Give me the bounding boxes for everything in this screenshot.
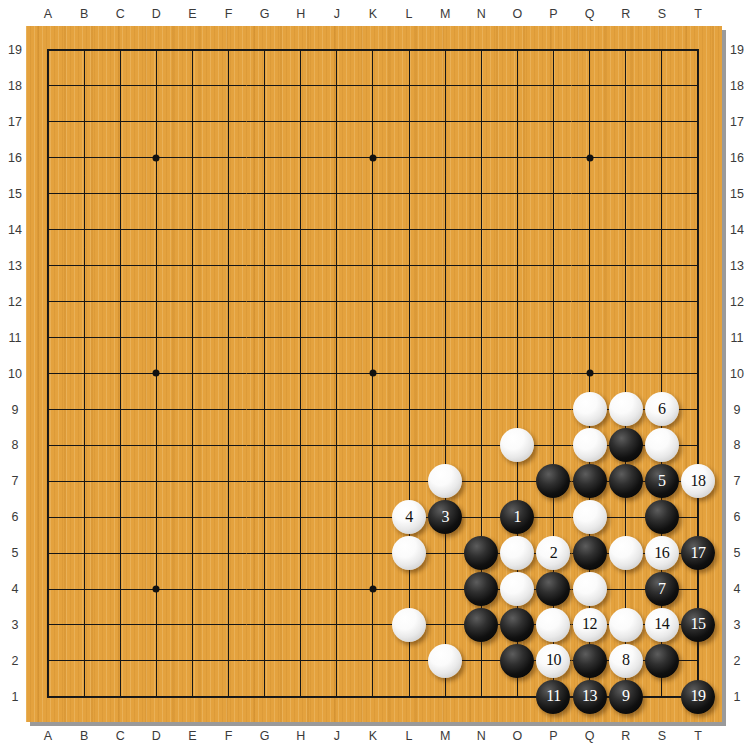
white-stone-S5[interactable]: 16 <box>645 536 679 570</box>
white-stone-T7[interactable]: 18 <box>681 464 715 498</box>
intersection-N12[interactable] <box>463 284 499 320</box>
intersection-H8[interactable] <box>283 427 319 463</box>
white-stone-P2[interactable]: 10 <box>536 644 570 678</box>
white-stone-O4[interactable] <box>500 572 534 606</box>
intersection-P15[interactable] <box>535 176 571 212</box>
intersection-Q1[interactable]: 13 <box>572 679 608 715</box>
intersection-H17[interactable] <box>283 104 319 140</box>
intersection-N10[interactable] <box>463 355 499 391</box>
intersection-M16[interactable] <box>427 140 463 176</box>
intersection-H12[interactable] <box>283 284 319 320</box>
intersection-P10[interactable] <box>535 355 571 391</box>
intersection-E14[interactable] <box>174 212 210 248</box>
intersection-H5[interactable] <box>283 535 319 571</box>
intersection-C6[interactable] <box>102 499 138 535</box>
intersection-F8[interactable] <box>210 427 246 463</box>
intersection-O3[interactable] <box>499 607 535 643</box>
intersection-R2[interactable]: 8 <box>608 643 644 679</box>
intersection-B15[interactable] <box>66 176 102 212</box>
intersection-M17[interactable] <box>427 104 463 140</box>
intersection-Q15[interactable] <box>572 176 608 212</box>
intersection-N6[interactable] <box>463 499 499 535</box>
intersection-K13[interactable] <box>355 248 391 284</box>
intersection-S12[interactable] <box>644 284 680 320</box>
intersection-J18[interactable] <box>319 68 355 104</box>
black-stone-Q7[interactable] <box>573 464 607 498</box>
intersection-E10[interactable] <box>174 355 210 391</box>
intersection-O6[interactable]: 1 <box>499 499 535 535</box>
intersection-R13[interactable] <box>608 248 644 284</box>
intersection-M19[interactable] <box>427 32 463 68</box>
intersection-O11[interactable] <box>499 320 535 356</box>
intersection-J19[interactable] <box>319 32 355 68</box>
intersection-D1[interactable] <box>138 679 174 715</box>
intersection-M7[interactable] <box>427 463 463 499</box>
intersection-C10[interactable] <box>102 355 138 391</box>
black-stone-T5[interactable]: 17 <box>681 536 715 570</box>
black-stone-S4[interactable]: 7 <box>645 572 679 606</box>
intersection-P9[interactable] <box>535 391 571 427</box>
intersection-C5[interactable] <box>102 535 138 571</box>
intersection-T6[interactable] <box>680 499 716 535</box>
intersection-C7[interactable] <box>102 463 138 499</box>
intersection-M9[interactable] <box>427 391 463 427</box>
intersection-N17[interactable] <box>463 104 499 140</box>
intersection-C9[interactable] <box>102 391 138 427</box>
intersection-D7[interactable] <box>138 463 174 499</box>
intersection-Q13[interactable] <box>572 248 608 284</box>
intersection-O9[interactable] <box>499 391 535 427</box>
intersection-D11[interactable] <box>138 320 174 356</box>
white-stone-Q9[interactable] <box>573 392 607 426</box>
intersection-K17[interactable] <box>355 104 391 140</box>
intersection-C8[interactable] <box>102 427 138 463</box>
intersection-C13[interactable] <box>102 248 138 284</box>
intersection-T2[interactable] <box>680 643 716 679</box>
white-stone-M7[interactable] <box>428 464 462 498</box>
intersection-T15[interactable] <box>680 176 716 212</box>
intersection-G6[interactable] <box>247 499 283 535</box>
black-stone-Q5[interactable] <box>573 536 607 570</box>
intersection-P2[interactable]: 10 <box>535 643 571 679</box>
intersection-D13[interactable] <box>138 248 174 284</box>
intersection-D15[interactable] <box>138 176 174 212</box>
intersection-S17[interactable] <box>644 104 680 140</box>
intersection-Q5[interactable] <box>572 535 608 571</box>
intersection-B1[interactable] <box>66 679 102 715</box>
intersection-O10[interactable] <box>499 355 535 391</box>
intersection-E2[interactable] <box>174 643 210 679</box>
intersection-R12[interactable] <box>608 284 644 320</box>
intersection-H14[interactable] <box>283 212 319 248</box>
intersection-J5[interactable] <box>319 535 355 571</box>
intersection-C4[interactable] <box>102 571 138 607</box>
black-stone-O6[interactable]: 1 <box>500 500 534 534</box>
intersection-L1[interactable] <box>391 679 427 715</box>
intersection-F14[interactable] <box>210 212 246 248</box>
intersection-Q17[interactable] <box>572 104 608 140</box>
intersection-T1[interactable]: 19 <box>680 679 716 715</box>
intersection-T3[interactable]: 15 <box>680 607 716 643</box>
intersection-J11[interactable] <box>319 320 355 356</box>
intersection-L8[interactable] <box>391 427 427 463</box>
intersection-J13[interactable] <box>319 248 355 284</box>
intersection-F3[interactable] <box>210 607 246 643</box>
intersection-P14[interactable] <box>535 212 571 248</box>
intersection-C12[interactable] <box>102 284 138 320</box>
intersection-L10[interactable] <box>391 355 427 391</box>
intersection-S18[interactable] <box>644 68 680 104</box>
intersection-D2[interactable] <box>138 643 174 679</box>
intersection-J7[interactable] <box>319 463 355 499</box>
intersection-Q9[interactable] <box>572 391 608 427</box>
intersection-D19[interactable] <box>138 32 174 68</box>
intersection-H10[interactable] <box>283 355 319 391</box>
intersection-C18[interactable] <box>102 68 138 104</box>
intersection-H18[interactable] <box>283 68 319 104</box>
intersection-O16[interactable] <box>499 140 535 176</box>
intersection-Q18[interactable] <box>572 68 608 104</box>
intersection-P19[interactable] <box>535 32 571 68</box>
intersection-G16[interactable] <box>247 140 283 176</box>
intersection-S15[interactable] <box>644 176 680 212</box>
intersection-A15[interactable] <box>30 176 66 212</box>
intersection-A6[interactable] <box>30 499 66 535</box>
intersection-S7[interactable]: 5 <box>644 463 680 499</box>
intersection-J2[interactable] <box>319 643 355 679</box>
white-stone-R5[interactable] <box>609 536 643 570</box>
intersection-B8[interactable] <box>66 427 102 463</box>
white-stone-P5[interactable]: 2 <box>536 536 570 570</box>
intersection-O19[interactable] <box>499 32 535 68</box>
white-stone-L5[interactable] <box>392 536 426 570</box>
intersection-N19[interactable] <box>463 32 499 68</box>
intersection-B9[interactable] <box>66 391 102 427</box>
intersection-O12[interactable] <box>499 284 535 320</box>
intersection-P1[interactable]: 11 <box>535 679 571 715</box>
intersection-C3[interactable] <box>102 607 138 643</box>
intersection-J6[interactable] <box>319 499 355 535</box>
white-stone-M2[interactable] <box>428 644 462 678</box>
intersection-M2[interactable] <box>427 643 463 679</box>
intersection-S2[interactable] <box>644 643 680 679</box>
intersection-E5[interactable] <box>174 535 210 571</box>
intersection-R6[interactable] <box>608 499 644 535</box>
intersection-M1[interactable] <box>427 679 463 715</box>
black-stone-S6[interactable] <box>645 500 679 534</box>
intersection-S4[interactable]: 7 <box>644 571 680 607</box>
intersection-N14[interactable] <box>463 212 499 248</box>
intersection-C14[interactable] <box>102 212 138 248</box>
intersection-M13[interactable] <box>427 248 463 284</box>
intersection-E7[interactable] <box>174 463 210 499</box>
intersection-L15[interactable] <box>391 176 427 212</box>
intersection-T17[interactable] <box>680 104 716 140</box>
intersection-S10[interactable] <box>644 355 680 391</box>
white-stone-Q3[interactable]: 12 <box>573 608 607 642</box>
intersection-L6[interactable]: 4 <box>391 499 427 535</box>
intersection-A1[interactable] <box>30 679 66 715</box>
intersection-F13[interactable] <box>210 248 246 284</box>
intersection-P11[interactable] <box>535 320 571 356</box>
goban-grid[interactable]: 65184312161771214151081113919 <box>30 32 716 715</box>
intersection-N7[interactable] <box>463 463 499 499</box>
intersection-E17[interactable] <box>174 104 210 140</box>
intersection-E16[interactable] <box>174 140 210 176</box>
intersection-K4[interactable] <box>355 571 391 607</box>
intersection-K7[interactable] <box>355 463 391 499</box>
intersection-S11[interactable] <box>644 320 680 356</box>
intersection-R11[interactable] <box>608 320 644 356</box>
intersection-P13[interactable] <box>535 248 571 284</box>
intersection-A3[interactable] <box>30 607 66 643</box>
intersection-L14[interactable] <box>391 212 427 248</box>
intersection-J12[interactable] <box>319 284 355 320</box>
intersection-R19[interactable] <box>608 32 644 68</box>
intersection-G4[interactable] <box>247 571 283 607</box>
intersection-L19[interactable] <box>391 32 427 68</box>
intersection-S3[interactable]: 14 <box>644 607 680 643</box>
intersection-T8[interactable] <box>680 427 716 463</box>
intersection-C11[interactable] <box>102 320 138 356</box>
white-stone-Q6[interactable] <box>573 500 607 534</box>
black-stone-Q1[interactable]: 13 <box>573 680 607 714</box>
intersection-E12[interactable] <box>174 284 210 320</box>
intersection-F9[interactable] <box>210 391 246 427</box>
intersection-Q14[interactable] <box>572 212 608 248</box>
white-stone-Q4[interactable] <box>573 572 607 606</box>
intersection-P3[interactable] <box>535 607 571 643</box>
intersection-M18[interactable] <box>427 68 463 104</box>
white-stone-P3[interactable] <box>536 608 570 642</box>
intersection-H7[interactable] <box>283 463 319 499</box>
white-stone-O5[interactable] <box>500 536 534 570</box>
intersection-S1[interactable] <box>644 679 680 715</box>
intersection-E13[interactable] <box>174 248 210 284</box>
intersection-R7[interactable] <box>608 463 644 499</box>
intersection-K14[interactable] <box>355 212 391 248</box>
intersection-C15[interactable] <box>102 176 138 212</box>
intersection-Q4[interactable] <box>572 571 608 607</box>
intersection-G15[interactable] <box>247 176 283 212</box>
intersection-E18[interactable] <box>174 68 210 104</box>
intersection-L17[interactable] <box>391 104 427 140</box>
intersection-S8[interactable] <box>644 427 680 463</box>
white-stone-S8[interactable] <box>645 428 679 462</box>
intersection-D17[interactable] <box>138 104 174 140</box>
intersection-N4[interactable] <box>463 571 499 607</box>
intersection-B16[interactable] <box>66 140 102 176</box>
intersection-J8[interactable] <box>319 427 355 463</box>
intersection-G11[interactable] <box>247 320 283 356</box>
black-stone-R8[interactable] <box>609 428 643 462</box>
intersection-N9[interactable] <box>463 391 499 427</box>
intersection-M8[interactable] <box>427 427 463 463</box>
white-stone-S9[interactable]: 6 <box>645 392 679 426</box>
white-stone-R9[interactable] <box>609 392 643 426</box>
intersection-A11[interactable] <box>30 320 66 356</box>
white-stone-R2[interactable]: 8 <box>609 644 643 678</box>
intersection-T18[interactable] <box>680 68 716 104</box>
intersection-Q16[interactable] <box>572 140 608 176</box>
intersection-K3[interactable] <box>355 607 391 643</box>
intersection-A14[interactable] <box>30 212 66 248</box>
black-stone-Q2[interactable] <box>573 644 607 678</box>
intersection-J4[interactable] <box>319 571 355 607</box>
intersection-R5[interactable] <box>608 535 644 571</box>
intersection-G1[interactable] <box>247 679 283 715</box>
intersection-D9[interactable] <box>138 391 174 427</box>
intersection-D3[interactable] <box>138 607 174 643</box>
black-stone-P1[interactable]: 11 <box>536 680 570 714</box>
intersection-O13[interactable] <box>499 248 535 284</box>
intersection-K18[interactable] <box>355 68 391 104</box>
intersection-K10[interactable] <box>355 355 391 391</box>
intersection-S14[interactable] <box>644 212 680 248</box>
intersection-N8[interactable] <box>463 427 499 463</box>
intersection-T4[interactable] <box>680 571 716 607</box>
intersection-G2[interactable] <box>247 643 283 679</box>
intersection-E6[interactable] <box>174 499 210 535</box>
intersection-J17[interactable] <box>319 104 355 140</box>
intersection-D5[interactable] <box>138 535 174 571</box>
intersection-K16[interactable] <box>355 140 391 176</box>
intersection-N15[interactable] <box>463 176 499 212</box>
intersection-Q19[interactable] <box>572 32 608 68</box>
intersection-S19[interactable] <box>644 32 680 68</box>
intersection-H19[interactable] <box>283 32 319 68</box>
intersection-S6[interactable] <box>644 499 680 535</box>
intersection-N11[interactable] <box>463 320 499 356</box>
intersection-J15[interactable] <box>319 176 355 212</box>
intersection-L9[interactable] <box>391 391 427 427</box>
intersection-M6[interactable]: 3 <box>427 499 463 535</box>
intersection-H16[interactable] <box>283 140 319 176</box>
intersection-B5[interactable] <box>66 535 102 571</box>
intersection-P7[interactable] <box>535 463 571 499</box>
white-stone-R3[interactable] <box>609 608 643 642</box>
intersection-A18[interactable] <box>30 68 66 104</box>
intersection-Q7[interactable] <box>572 463 608 499</box>
intersection-E8[interactable] <box>174 427 210 463</box>
intersection-H15[interactable] <box>283 176 319 212</box>
intersection-D10[interactable] <box>138 355 174 391</box>
intersection-T10[interactable] <box>680 355 716 391</box>
intersection-M11[interactable] <box>427 320 463 356</box>
intersection-L16[interactable] <box>391 140 427 176</box>
intersection-B11[interactable] <box>66 320 102 356</box>
white-stone-L3[interactable] <box>392 608 426 642</box>
intersection-L11[interactable] <box>391 320 427 356</box>
intersection-R8[interactable] <box>608 427 644 463</box>
intersection-P17[interactable] <box>535 104 571 140</box>
intersection-N3[interactable] <box>463 607 499 643</box>
intersection-J16[interactable] <box>319 140 355 176</box>
intersection-Q8[interactable] <box>572 427 608 463</box>
intersection-A19[interactable] <box>30 32 66 68</box>
intersection-A16[interactable] <box>30 140 66 176</box>
intersection-Q11[interactable] <box>572 320 608 356</box>
intersection-D6[interactable] <box>138 499 174 535</box>
intersection-S13[interactable] <box>644 248 680 284</box>
intersection-R18[interactable] <box>608 68 644 104</box>
intersection-J1[interactable] <box>319 679 355 715</box>
intersection-K9[interactable] <box>355 391 391 427</box>
intersection-G3[interactable] <box>247 607 283 643</box>
intersection-N16[interactable] <box>463 140 499 176</box>
black-stone-M6[interactable]: 3 <box>428 500 462 534</box>
intersection-S16[interactable] <box>644 140 680 176</box>
intersection-A7[interactable] <box>30 463 66 499</box>
intersection-L5[interactable] <box>391 535 427 571</box>
intersection-R9[interactable] <box>608 391 644 427</box>
intersection-R1[interactable]: 9 <box>608 679 644 715</box>
black-stone-R7[interactable] <box>609 464 643 498</box>
intersection-K19[interactable] <box>355 32 391 68</box>
intersection-B3[interactable] <box>66 607 102 643</box>
intersection-B19[interactable] <box>66 32 102 68</box>
intersection-B7[interactable] <box>66 463 102 499</box>
intersection-H3[interactable] <box>283 607 319 643</box>
intersection-K1[interactable] <box>355 679 391 715</box>
intersection-R16[interactable] <box>608 140 644 176</box>
intersection-D4[interactable] <box>138 571 174 607</box>
intersection-P4[interactable] <box>535 571 571 607</box>
intersection-D14[interactable] <box>138 212 174 248</box>
intersection-A9[interactable] <box>30 391 66 427</box>
intersection-F18[interactable] <box>210 68 246 104</box>
intersection-O2[interactable] <box>499 643 535 679</box>
intersection-T12[interactable] <box>680 284 716 320</box>
intersection-F12[interactable] <box>210 284 246 320</box>
intersection-K5[interactable] <box>355 535 391 571</box>
intersection-E4[interactable] <box>174 571 210 607</box>
intersection-C16[interactable] <box>102 140 138 176</box>
intersection-K6[interactable] <box>355 499 391 535</box>
intersection-O7[interactable] <box>499 463 535 499</box>
black-stone-N5[interactable] <box>464 536 498 570</box>
intersection-M10[interactable] <box>427 355 463 391</box>
intersection-P5[interactable]: 2 <box>535 535 571 571</box>
intersection-G9[interactable] <box>247 391 283 427</box>
intersection-O1[interactable] <box>499 679 535 715</box>
intersection-F15[interactable] <box>210 176 246 212</box>
intersection-K2[interactable] <box>355 643 391 679</box>
intersection-F19[interactable] <box>210 32 246 68</box>
intersection-B14[interactable] <box>66 212 102 248</box>
black-stone-T3[interactable]: 15 <box>681 608 715 642</box>
intersection-F1[interactable] <box>210 679 246 715</box>
intersection-S5[interactable]: 16 <box>644 535 680 571</box>
intersection-G12[interactable] <box>247 284 283 320</box>
intersection-A13[interactable] <box>30 248 66 284</box>
intersection-B12[interactable] <box>66 284 102 320</box>
intersection-L7[interactable] <box>391 463 427 499</box>
black-stone-P7[interactable] <box>536 464 570 498</box>
intersection-K12[interactable] <box>355 284 391 320</box>
intersection-N5[interactable] <box>463 535 499 571</box>
intersection-S9[interactable]: 6 <box>644 391 680 427</box>
black-stone-R1[interactable]: 9 <box>609 680 643 714</box>
intersection-A2[interactable] <box>30 643 66 679</box>
intersection-G10[interactable] <box>247 355 283 391</box>
intersection-P8[interactable] <box>535 427 571 463</box>
black-stone-P4[interactable] <box>536 572 570 606</box>
intersection-G5[interactable] <box>247 535 283 571</box>
intersection-P12[interactable] <box>535 284 571 320</box>
black-stone-N3[interactable] <box>464 608 498 642</box>
intersection-A5[interactable] <box>30 535 66 571</box>
